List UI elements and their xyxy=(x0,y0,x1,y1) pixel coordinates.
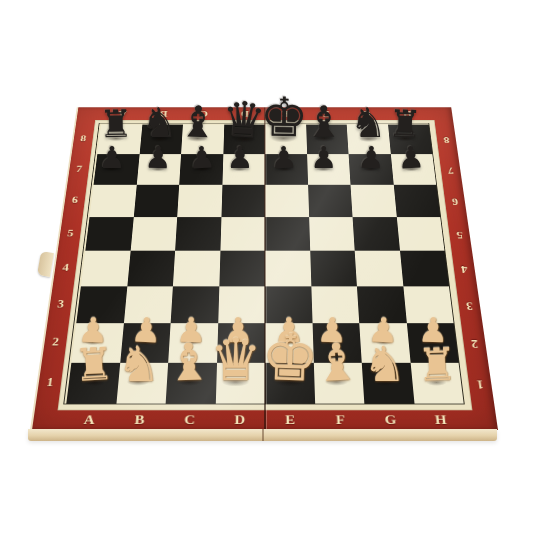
piece-black-pawn-g7[interactable]: ♟ xyxy=(357,142,385,173)
piece-black-bishop-f8[interactable]: ♝ xyxy=(304,101,344,145)
piece-white-knight-g1[interactable]: ♞ xyxy=(363,340,407,389)
piece-black-rook-a8[interactable]: ♜ xyxy=(99,106,133,144)
piece-white-bishop-c1[interactable]: ♝ xyxy=(166,337,214,390)
piece-black-pawn-b7[interactable]: ♟ xyxy=(144,142,172,173)
piece-white-queen-d1[interactable]: ♛ xyxy=(209,331,261,389)
piece-black-pawn-c7[interactable]: ♟ xyxy=(188,142,217,174)
piece-black-knight-b8[interactable]: ♞ xyxy=(141,103,178,144)
piece-black-pawn-f7[interactable]: ♟ xyxy=(310,143,337,173)
piece-black-king-e8[interactable]: ♚ xyxy=(259,91,308,146)
pieces-layer: ♜♞♝♛♚♝♞♜♟♟♟♟♟♟♟♟♟♟♟♟♟♟♟♟♜♞♝♛♚♝♞♜ xyxy=(0,0,533,533)
piece-white-bishop-f1[interactable]: ♝ xyxy=(312,336,361,390)
piece-white-rook-a1[interactable]: ♜ xyxy=(73,342,115,389)
piece-black-bishop-c8[interactable]: ♝ xyxy=(178,100,218,145)
piece-white-rook-h1[interactable]: ♜ xyxy=(416,343,458,389)
piece-black-rook-h8[interactable]: ♜ xyxy=(387,105,422,144)
photo-stage: ABCDEFGH ABCDEFGH 87654321 87654321 ♜♞♝♛… xyxy=(0,0,533,533)
piece-white-king-e1[interactable]: ♚ xyxy=(260,325,320,391)
piece-black-pawn-d7[interactable]: ♟ xyxy=(226,143,253,173)
piece-black-knight-g8[interactable]: ♞ xyxy=(350,103,387,144)
piece-white-knight-b1[interactable]: ♞ xyxy=(117,340,161,389)
piece-black-pawn-a7[interactable]: ♟ xyxy=(98,143,125,173)
piece-black-pawn-h7[interactable]: ♟ xyxy=(397,142,426,174)
piece-black-pawn-e7[interactable]: ♟ xyxy=(270,142,298,173)
